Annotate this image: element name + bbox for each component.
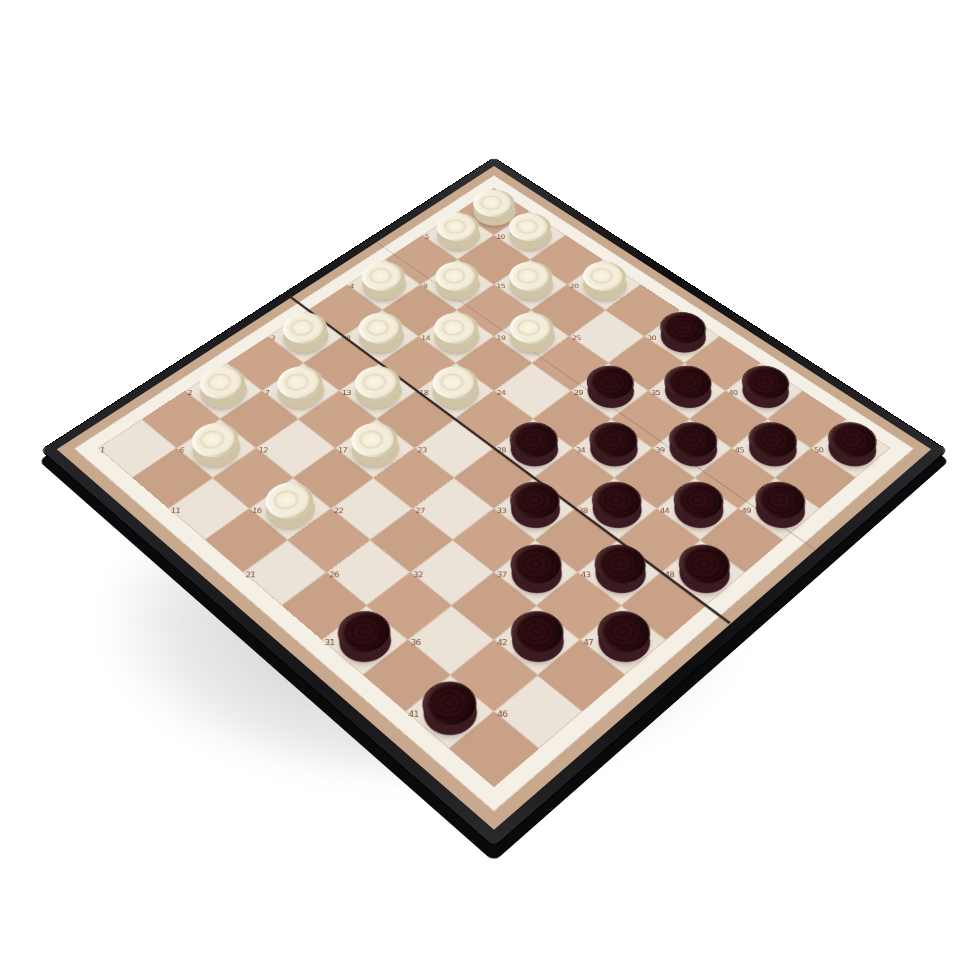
dark-piece-top bbox=[588, 604, 659, 661]
photo-stage: 1234567891011121314151617181920212223242… bbox=[0, 0, 960, 960]
square-number: 24 bbox=[497, 391, 506, 397]
square-number: 32 bbox=[413, 572, 423, 579]
square-number: 5 bbox=[425, 235, 429, 240]
dark-piece-top bbox=[652, 306, 714, 350]
square-number: 27 bbox=[415, 508, 425, 514]
square-number: 50 bbox=[814, 448, 824, 454]
dark-piece-top bbox=[502, 604, 573, 661]
square-number: 7 bbox=[264, 391, 269, 397]
dark-piece[interactable] bbox=[501, 424, 566, 472]
white-piece-top bbox=[342, 416, 407, 464]
dark-piece-top bbox=[740, 416, 805, 464]
square-number: 36 bbox=[411, 640, 421, 647]
square-number: 1 bbox=[99, 448, 105, 454]
white-piece[interactable] bbox=[343, 424, 408, 472]
dark-piece-top bbox=[820, 416, 885, 464]
dark-piece[interactable] bbox=[818, 424, 883, 472]
square-number: 2 bbox=[187, 391, 192, 397]
dark-piece-top bbox=[502, 538, 571, 592]
square-50[interactable]: 50 bbox=[811, 419, 890, 478]
white-piece-top bbox=[191, 360, 255, 406]
white-piece-top bbox=[501, 256, 562, 297]
dark-piece-top bbox=[501, 475, 568, 526]
square-number: 12 bbox=[258, 448, 268, 454]
white-piece-top bbox=[268, 360, 332, 406]
square-number: 4 bbox=[349, 284, 354, 289]
square-number: 3 bbox=[270, 336, 275, 341]
square-number: 9 bbox=[423, 284, 427, 289]
square-number: 11 bbox=[170, 508, 180, 514]
square-number: 21 bbox=[245, 572, 255, 579]
square-number: 25 bbox=[572, 336, 581, 341]
dark-piece-top bbox=[660, 416, 725, 464]
square-number: 26 bbox=[329, 572, 339, 579]
square-number: 46 bbox=[497, 711, 507, 718]
